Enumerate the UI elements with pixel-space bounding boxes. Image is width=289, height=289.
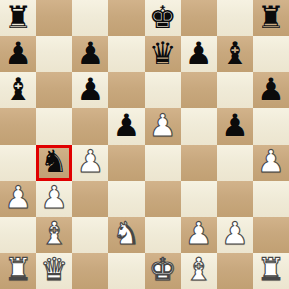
- piece-white-pawn[interactable]: ♟: [149, 110, 177, 141]
- square-d6[interactable]: [108, 72, 144, 108]
- square-h8[interactable]: ♜: [253, 0, 289, 36]
- square-b8[interactable]: [36, 0, 72, 36]
- piece-white-queen[interactable]: ♛: [40, 254, 68, 285]
- square-f1[interactable]: ♝: [181, 253, 217, 289]
- square-b6[interactable]: [36, 72, 72, 108]
- square-g8[interactable]: [217, 0, 253, 36]
- square-c7[interactable]: ♟: [72, 36, 108, 72]
- square-b3[interactable]: ♟: [36, 181, 72, 217]
- square-d4[interactable]: [108, 145, 144, 181]
- square-g5[interactable]: ♟: [217, 108, 253, 144]
- square-c3[interactable]: [72, 181, 108, 217]
- square-c1[interactable]: [72, 253, 108, 289]
- square-g3[interactable]: [217, 181, 253, 217]
- square-h1[interactable]: ♜: [253, 253, 289, 289]
- piece-white-pawn[interactable]: ♟: [257, 146, 285, 177]
- square-b7[interactable]: [36, 36, 72, 72]
- square-a5[interactable]: [0, 108, 36, 144]
- square-f2[interactable]: ♟: [181, 217, 217, 253]
- piece-black-bishop[interactable]: ♝: [221, 38, 249, 69]
- square-d1[interactable]: [108, 253, 144, 289]
- square-e6[interactable]: [145, 72, 181, 108]
- square-f5[interactable]: [181, 108, 217, 144]
- piece-black-knight[interactable]: ♞: [40, 146, 68, 177]
- square-e7[interactable]: ♛: [145, 36, 181, 72]
- piece-white-pawn[interactable]: ♟: [4, 182, 32, 213]
- square-g6[interactable]: [217, 72, 253, 108]
- square-d7[interactable]: [108, 36, 144, 72]
- square-f3[interactable]: [181, 181, 217, 217]
- piece-black-pawn[interactable]: ♟: [257, 74, 285, 105]
- square-c6[interactable]: ♟: [72, 72, 108, 108]
- piece-white-pawn[interactable]: ♟: [76, 146, 104, 177]
- square-h5[interactable]: [253, 108, 289, 144]
- square-g7[interactable]: ♝: [217, 36, 253, 72]
- square-c5[interactable]: [72, 108, 108, 144]
- square-f7[interactable]: ♟: [181, 36, 217, 72]
- piece-white-rook[interactable]: ♜: [257, 254, 285, 285]
- piece-black-pawn[interactable]: ♟: [185, 38, 213, 69]
- piece-black-pawn[interactable]: ♟: [221, 110, 249, 141]
- piece-white-king[interactable]: ♚: [149, 254, 177, 285]
- square-h4[interactable]: ♟: [253, 145, 289, 181]
- piece-black-rook[interactable]: ♜: [4, 2, 32, 33]
- piece-white-pawn[interactable]: ♟: [221, 218, 249, 249]
- piece-black-pawn[interactable]: ♟: [113, 110, 141, 141]
- square-h7[interactable]: [253, 36, 289, 72]
- square-f4[interactable]: [181, 145, 217, 181]
- square-g2[interactable]: ♟: [217, 217, 253, 253]
- square-e8[interactable]: ♚: [145, 0, 181, 36]
- square-a6[interactable]: ♝: [0, 72, 36, 108]
- square-e4[interactable]: [145, 145, 181, 181]
- square-c8[interactable]: [72, 0, 108, 36]
- square-a3[interactable]: ♟: [0, 181, 36, 217]
- piece-white-rook[interactable]: ♜: [4, 254, 32, 285]
- square-a4[interactable]: [0, 145, 36, 181]
- piece-white-pawn[interactable]: ♟: [40, 182, 68, 213]
- square-a1[interactable]: ♜: [0, 253, 36, 289]
- square-b2[interactable]: ♝: [36, 217, 72, 253]
- square-e1[interactable]: ♚: [145, 253, 181, 289]
- piece-black-pawn[interactable]: ♟: [76, 38, 104, 69]
- square-g4[interactable]: [217, 145, 253, 181]
- chess-board: ♜♚♜♟♟♛♟♝♝♟♟♟♟♟♞♟♟♟♟♝♞♟♟♜♛♚♝♜: [0, 0, 289, 289]
- square-f6[interactable]: [181, 72, 217, 108]
- square-h2[interactable]: [253, 217, 289, 253]
- piece-black-pawn[interactable]: ♟: [76, 74, 104, 105]
- square-d5[interactable]: ♟: [108, 108, 144, 144]
- square-g1[interactable]: [217, 253, 253, 289]
- piece-black-rook[interactable]: ♜: [257, 2, 285, 33]
- square-b1[interactable]: ♛: [36, 253, 72, 289]
- square-h6[interactable]: ♟: [253, 72, 289, 108]
- square-c4[interactable]: ♟: [72, 145, 108, 181]
- piece-black-pawn[interactable]: ♟: [4, 38, 32, 69]
- square-a7[interactable]: ♟: [0, 36, 36, 72]
- piece-black-bishop[interactable]: ♝: [4, 74, 32, 105]
- piece-white-knight[interactable]: ♞: [113, 218, 141, 249]
- square-e3[interactable]: [145, 181, 181, 217]
- square-h3[interactable]: [253, 181, 289, 217]
- piece-white-pawn[interactable]: ♟: [185, 218, 213, 249]
- square-e5[interactable]: ♟: [145, 108, 181, 144]
- square-a8[interactable]: ♜: [0, 0, 36, 36]
- square-d3[interactable]: [108, 181, 144, 217]
- square-a2[interactable]: [0, 217, 36, 253]
- piece-white-bishop[interactable]: ♝: [40, 218, 68, 249]
- square-d8[interactable]: [108, 0, 144, 36]
- square-f8[interactable]: [181, 0, 217, 36]
- square-e2[interactable]: [145, 217, 181, 253]
- square-b5[interactable]: [36, 108, 72, 144]
- square-c2[interactable]: [72, 217, 108, 253]
- square-b4[interactable]: ♞: [36, 145, 72, 181]
- piece-black-king[interactable]: ♚: [149, 2, 177, 33]
- square-d2[interactable]: ♞: [108, 217, 144, 253]
- piece-black-queen[interactable]: ♛: [149, 38, 177, 69]
- piece-white-bishop[interactable]: ♝: [185, 254, 213, 285]
